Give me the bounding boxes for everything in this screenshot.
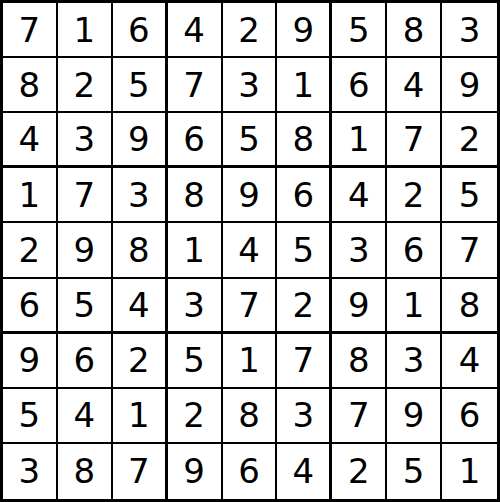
cell-r6c4[interactable]: 3 — [168, 279, 223, 334]
cell-r4c2[interactable]: 7 — [58, 168, 113, 223]
cell-r1c4[interactable]: 4 — [168, 3, 223, 58]
cell-r9c4[interactable]: 9 — [168, 444, 223, 499]
cell-r8c7[interactable]: 7 — [332, 389, 387, 444]
cell-r6c9[interactable]: 8 — [442, 279, 497, 334]
cell-r2c5[interactable]: 3 — [223, 58, 278, 113]
cell-r1c8[interactable]: 8 — [387, 3, 442, 58]
cell-r4c9[interactable]: 5 — [442, 168, 497, 223]
cell-r2c7[interactable]: 6 — [332, 58, 387, 113]
cell-r9c3[interactable]: 7 — [113, 444, 168, 499]
cell-r6c1[interactable]: 6 — [3, 279, 58, 334]
cell-r8c3[interactable]: 1 — [113, 389, 168, 444]
cell-r9c9[interactable]: 1 — [442, 444, 497, 499]
cell-r9c8[interactable]: 5 — [387, 444, 442, 499]
cell-r2c1[interactable]: 8 — [3, 58, 58, 113]
cell-r4c6[interactable]: 6 — [277, 168, 332, 223]
cell-r6c3[interactable]: 4 — [113, 279, 168, 334]
cell-r2c3[interactable]: 5 — [113, 58, 168, 113]
cell-r3c6[interactable]: 8 — [277, 113, 332, 168]
cell-r5c6[interactable]: 5 — [277, 223, 332, 278]
cell-r6c5[interactable]: 7 — [223, 279, 278, 334]
cell-r7c2[interactable]: 6 — [58, 334, 113, 389]
cell-r3c7[interactable]: 1 — [332, 113, 387, 168]
cell-r3c2[interactable]: 3 — [58, 113, 113, 168]
cell-r8c8[interactable]: 9 — [387, 389, 442, 444]
cell-r9c6[interactable]: 4 — [277, 444, 332, 499]
cell-r5c2[interactable]: 9 — [58, 223, 113, 278]
cell-r7c4[interactable]: 5 — [168, 334, 223, 389]
cell-r1c3[interactable]: 6 — [113, 3, 168, 58]
cell-r7c5[interactable]: 1 — [223, 334, 278, 389]
cell-r5c1[interactable]: 2 — [3, 223, 58, 278]
cell-r8c2[interactable]: 4 — [58, 389, 113, 444]
cell-r3c8[interactable]: 7 — [387, 113, 442, 168]
cell-r6c7[interactable]: 9 — [332, 279, 387, 334]
cell-r4c3[interactable]: 3 — [113, 168, 168, 223]
cell-r2c8[interactable]: 4 — [387, 58, 442, 113]
cell-r3c3[interactable]: 9 — [113, 113, 168, 168]
cell-r8c5[interactable]: 8 — [223, 389, 278, 444]
cell-r6c8[interactable]: 1 — [387, 279, 442, 334]
cell-r2c6[interactable]: 1 — [277, 58, 332, 113]
cell-r9c7[interactable]: 2 — [332, 444, 387, 499]
cell-r3c1[interactable]: 4 — [3, 113, 58, 168]
cell-r9c2[interactable]: 8 — [58, 444, 113, 499]
cell-r5c4[interactable]: 1 — [168, 223, 223, 278]
cell-r5c3[interactable]: 8 — [113, 223, 168, 278]
cell-r4c4[interactable]: 8 — [168, 168, 223, 223]
sudoku-board: 7164295838257316494396581721738964252981… — [0, 0, 500, 502]
cell-r9c1[interactable]: 3 — [3, 444, 58, 499]
cell-r2c4[interactable]: 7 — [168, 58, 223, 113]
cell-r4c7[interactable]: 4 — [332, 168, 387, 223]
cell-r7c6[interactable]: 7 — [277, 334, 332, 389]
cell-r5c5[interactable]: 4 — [223, 223, 278, 278]
cell-r8c6[interactable]: 3 — [277, 389, 332, 444]
cell-r1c6[interactable]: 9 — [277, 3, 332, 58]
cell-r7c9[interactable]: 4 — [442, 334, 497, 389]
cell-r5c9[interactable]: 7 — [442, 223, 497, 278]
cell-r8c9[interactable]: 6 — [442, 389, 497, 444]
cell-r4c8[interactable]: 2 — [387, 168, 442, 223]
cell-r1c9[interactable]: 3 — [442, 3, 497, 58]
cell-r3c5[interactable]: 5 — [223, 113, 278, 168]
cell-r1c7[interactable]: 5 — [332, 3, 387, 58]
cell-r1c5[interactable]: 2 — [223, 3, 278, 58]
cell-r5c7[interactable]: 3 — [332, 223, 387, 278]
cell-r6c6[interactable]: 2 — [277, 279, 332, 334]
cell-r4c5[interactable]: 9 — [223, 168, 278, 223]
cell-r4c1[interactable]: 1 — [3, 168, 58, 223]
cell-r8c4[interactable]: 2 — [168, 389, 223, 444]
cell-r9c5[interactable]: 6 — [223, 444, 278, 499]
cell-r2c9[interactable]: 9 — [442, 58, 497, 113]
cell-r1c1[interactable]: 7 — [3, 3, 58, 58]
cell-r2c2[interactable]: 2 — [58, 58, 113, 113]
cell-r7c7[interactable]: 8 — [332, 334, 387, 389]
cell-r7c1[interactable]: 9 — [3, 334, 58, 389]
cell-r6c2[interactable]: 5 — [58, 279, 113, 334]
cell-r1c2[interactable]: 1 — [58, 3, 113, 58]
cell-r3c9[interactable]: 2 — [442, 113, 497, 168]
cell-r7c3[interactable]: 2 — [113, 334, 168, 389]
cell-r3c4[interactable]: 6 — [168, 113, 223, 168]
cell-r5c8[interactable]: 6 — [387, 223, 442, 278]
cell-r8c1[interactable]: 5 — [3, 389, 58, 444]
cell-r7c8[interactable]: 3 — [387, 334, 442, 389]
